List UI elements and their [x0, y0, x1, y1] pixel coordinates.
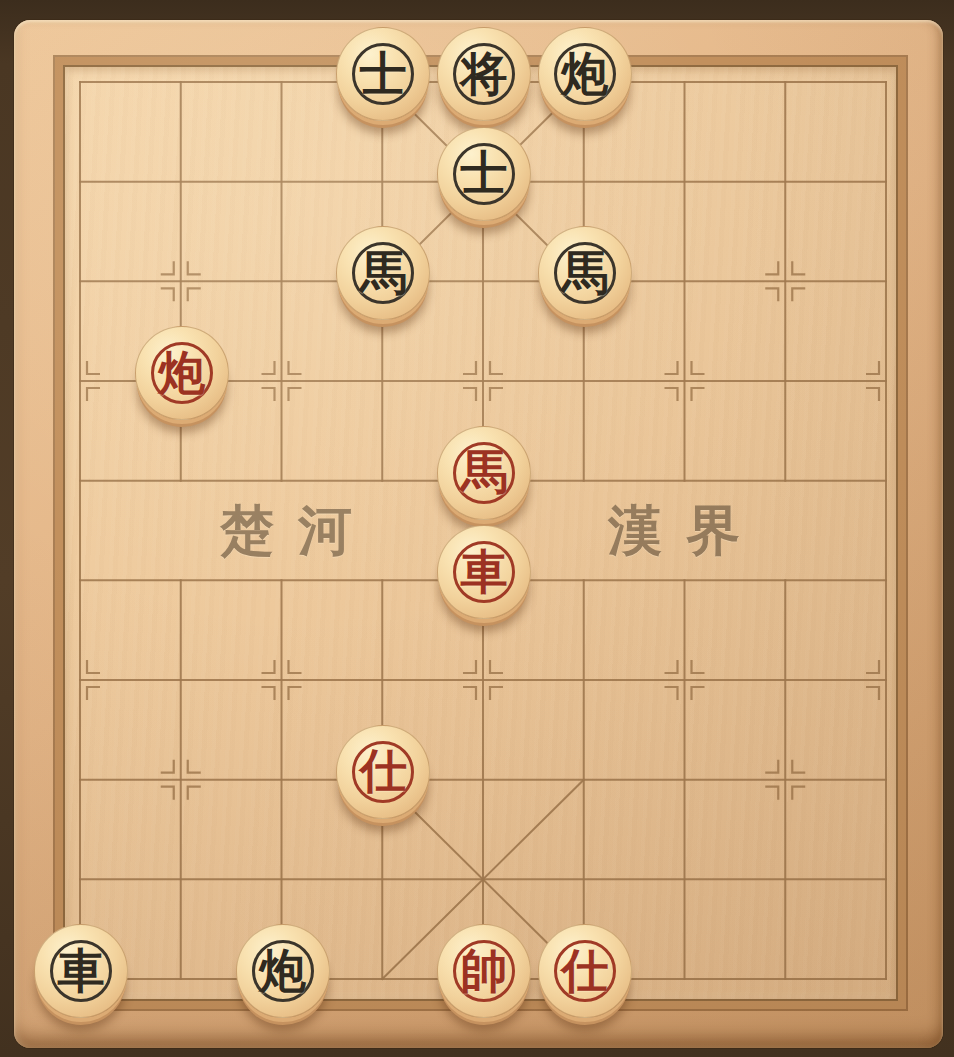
piece-glyph: 炮 [237, 925, 329, 1017]
piece-glyph: 士 [337, 28, 429, 120]
xiangqi-app: { "game": "xiangqi (Chinese chess)", "po… [0, 0, 954, 1057]
piece-red-chariot[interactable]: 車 [437, 525, 531, 619]
piece-glyph: 炮 [136, 327, 228, 419]
piece-glyph: 馬 [438, 427, 530, 519]
board-surface: 楚河 漢界 士将炮士馬馬炮馬車仕車炮帥仕 [63, 65, 898, 1001]
piece-black-cannon[interactable]: 炮 [236, 924, 330, 1018]
piece-glyph: 炮 [539, 28, 631, 120]
piece-black-advisor[interactable]: 士 [336, 27, 430, 121]
piece-glyph: 馬 [337, 227, 429, 319]
piece-glyph: 車 [438, 526, 530, 618]
board-tray: 楚河 漢界 士将炮士馬馬炮馬車仕車炮帥仕 [14, 20, 943, 1048]
piece-glyph: 車 [35, 925, 127, 1017]
piece-glyph: 仕 [539, 925, 631, 1017]
piece-red-general[interactable]: 帥 [437, 924, 531, 1018]
pieces-layer: 士将炮士馬馬炮馬車仕車炮帥仕 [65, 67, 896, 999]
piece-red-cannon[interactable]: 炮 [135, 326, 229, 420]
piece-black-advisor[interactable]: 士 [437, 127, 531, 221]
piece-red-advisor[interactable]: 仕 [336, 725, 430, 819]
piece-glyph: 仕 [337, 726, 429, 818]
piece-black-cannon[interactable]: 炮 [538, 27, 632, 121]
piece-red-advisor[interactable]: 仕 [538, 924, 632, 1018]
piece-red-horse[interactable]: 馬 [437, 426, 531, 520]
piece-glyph: 馬 [539, 227, 631, 319]
piece-glyph: 将 [438, 28, 530, 120]
piece-black-horse[interactable]: 馬 [538, 226, 632, 320]
piece-glyph: 士 [438, 128, 530, 220]
piece-glyph: 帥 [438, 925, 530, 1017]
piece-black-general[interactable]: 将 [437, 27, 531, 121]
piece-black-chariot[interactable]: 車 [34, 924, 128, 1018]
piece-black-horse[interactable]: 馬 [336, 226, 430, 320]
